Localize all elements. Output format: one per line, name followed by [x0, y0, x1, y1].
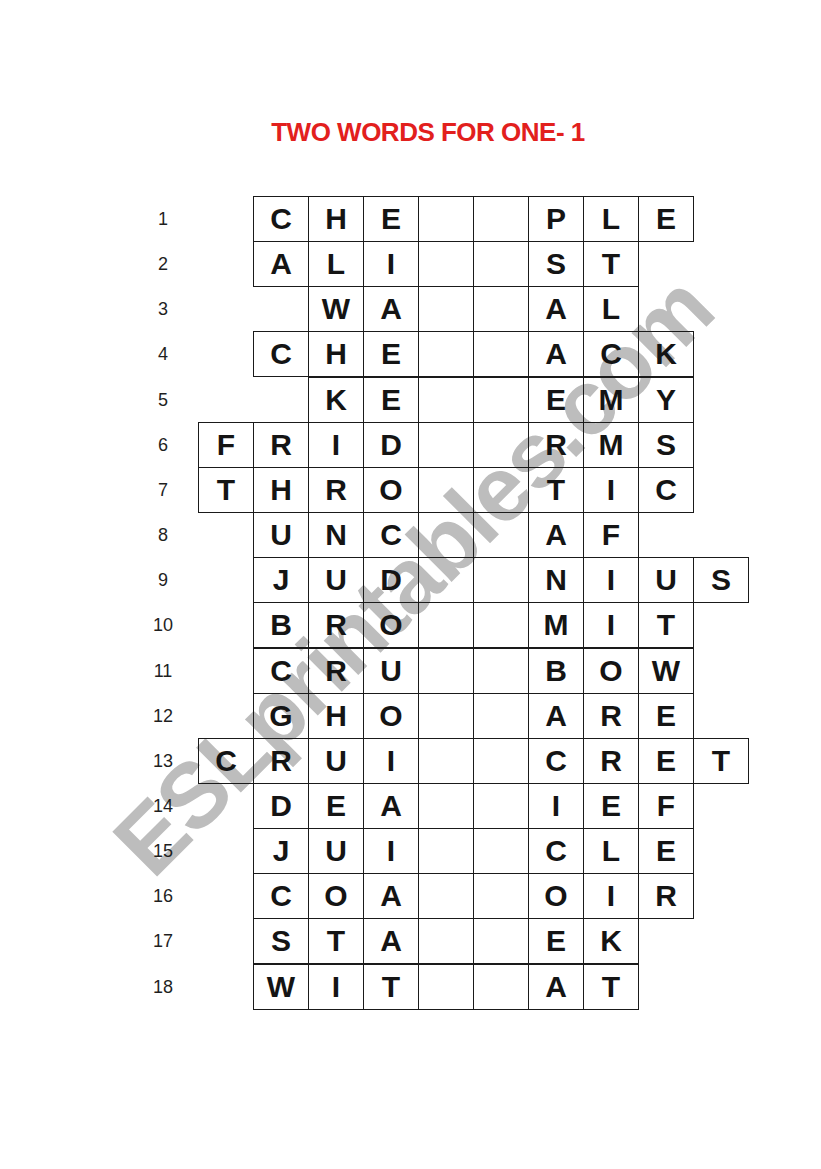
- letter-cell: E: [308, 783, 364, 829]
- letter-cell: W: [308, 286, 364, 332]
- letter-cell: T: [198, 467, 254, 513]
- letter-cell: M: [528, 602, 584, 648]
- letter-cell: E: [528, 377, 584, 423]
- blank-cell[interactable]: [473, 467, 529, 513]
- blank-cell[interactable]: [473, 918, 529, 964]
- puzzle-title: TWO WORDS FOR ONE- 1: [271, 117, 585, 148]
- blank-cell[interactable]: [418, 828, 474, 874]
- letter-cell: H: [308, 693, 364, 739]
- letter-cell: O: [363, 693, 419, 739]
- row-number: 1: [146, 196, 180, 242]
- letter-cell: E: [638, 693, 694, 739]
- letter-cell: R: [583, 693, 639, 739]
- blank-cell[interactable]: [418, 964, 474, 1010]
- letter-cell: C: [638, 467, 694, 513]
- blank-cell[interactable]: [473, 828, 529, 874]
- letter-cell: A: [528, 331, 584, 377]
- blank-cell[interactable]: [473, 738, 529, 784]
- letter-cell: I: [583, 873, 639, 919]
- blank-cell[interactable]: [418, 467, 474, 513]
- letter-cell: U: [308, 738, 364, 784]
- blank-cell[interactable]: [473, 693, 529, 739]
- letter-cell: T: [363, 964, 419, 1010]
- row-number: 18: [146, 964, 180, 1010]
- letter-cell: K: [583, 918, 639, 964]
- letter-cell: E: [583, 783, 639, 829]
- letter-cell: R: [308, 467, 364, 513]
- letter-cell: I: [583, 467, 639, 513]
- letter-cell: T: [583, 241, 639, 287]
- letter-cell: I: [308, 964, 364, 1010]
- letter-cell: I: [583, 602, 639, 648]
- letter-cell: M: [583, 377, 639, 423]
- row-number: 14: [146, 783, 180, 829]
- letter-cell: L: [583, 286, 639, 332]
- blank-cell[interactable]: [473, 196, 529, 242]
- letter-cell: C: [583, 331, 639, 377]
- letter-cell: I: [363, 241, 419, 287]
- letter-cell: N: [308, 512, 364, 558]
- blank-cell[interactable]: [418, 286, 474, 332]
- blank-cell[interactable]: [473, 241, 529, 287]
- letter-cell: J: [253, 828, 309, 874]
- letter-cell: I: [528, 783, 584, 829]
- puzzle-board: 1CHEPLE2ALIST3WAAL4CHEACK5KEEMY6FRIDRMS7…: [0, 0, 821, 1169]
- letter-cell: T: [638, 602, 694, 648]
- letter-cell: R: [253, 422, 309, 468]
- letter-cell: F: [638, 783, 694, 829]
- letter-cell: C: [198, 738, 254, 784]
- letter-cell: A: [363, 783, 419, 829]
- letter-cell: L: [583, 828, 639, 874]
- letter-cell: I: [363, 828, 419, 874]
- letter-cell: J: [253, 557, 309, 603]
- blank-cell[interactable]: [418, 602, 474, 648]
- letter-cell: W: [253, 964, 309, 1010]
- letter-cell: I: [308, 422, 364, 468]
- letter-cell: C: [253, 331, 309, 377]
- blank-cell[interactable]: [473, 512, 529, 558]
- letter-cell: L: [308, 241, 364, 287]
- blank-cell[interactable]: [473, 602, 529, 648]
- row-number: 17: [146, 918, 180, 964]
- letter-cell: B: [528, 648, 584, 694]
- blank-cell[interactable]: [418, 241, 474, 287]
- blank-cell[interactable]: [418, 331, 474, 377]
- letter-cell: U: [253, 512, 309, 558]
- letter-cell: U: [363, 648, 419, 694]
- blank-cell[interactable]: [418, 648, 474, 694]
- letter-cell: W: [638, 648, 694, 694]
- row-number: 3: [146, 286, 180, 332]
- letter-cell: R: [638, 873, 694, 919]
- blank-cell[interactable]: [418, 422, 474, 468]
- letter-cell: K: [638, 331, 694, 377]
- blank-cell[interactable]: [418, 512, 474, 558]
- letter-cell: D: [363, 422, 419, 468]
- letter-cell: E: [363, 331, 419, 377]
- row-number: 11: [146, 648, 180, 694]
- row-number: 12: [146, 693, 180, 739]
- letter-cell: C: [363, 512, 419, 558]
- blank-cell[interactable]: [418, 693, 474, 739]
- letter-cell: C: [528, 738, 584, 784]
- row-number: 6: [146, 422, 180, 468]
- letter-cell: S: [253, 918, 309, 964]
- letter-cell: P: [528, 196, 584, 242]
- letter-cell: M: [583, 422, 639, 468]
- row-number: 5: [146, 377, 180, 423]
- letter-cell: O: [308, 873, 364, 919]
- blank-cell[interactable]: [473, 964, 529, 1010]
- letter-cell: A: [363, 286, 419, 332]
- letter-cell: O: [363, 602, 419, 648]
- row-number: 16: [146, 873, 180, 919]
- blank-cell[interactable]: [418, 738, 474, 784]
- letter-cell: R: [583, 738, 639, 784]
- letter-cell: H: [253, 467, 309, 513]
- blank-cell[interactable]: [418, 918, 474, 964]
- blank-cell[interactable]: [418, 377, 474, 423]
- letter-cell: T: [693, 738, 749, 784]
- letter-cell: H: [308, 196, 364, 242]
- blank-cell[interactable]: [473, 557, 529, 603]
- row-number: 8: [146, 512, 180, 558]
- row-number: 13: [146, 738, 180, 784]
- letter-cell: S: [638, 422, 694, 468]
- letter-cell: E: [363, 196, 419, 242]
- letter-cell: T: [528, 467, 584, 513]
- letter-cell: N: [528, 557, 584, 603]
- letter-cell: R: [253, 738, 309, 784]
- blank-cell[interactable]: [473, 331, 529, 377]
- row-number: 2: [146, 241, 180, 287]
- letter-cell: A: [528, 964, 584, 1010]
- row-number: 9: [146, 557, 180, 603]
- letter-cell: A: [253, 241, 309, 287]
- blank-cell[interactable]: [418, 873, 474, 919]
- letter-cell: A: [363, 873, 419, 919]
- letter-cell: C: [253, 648, 309, 694]
- blank-cell[interactable]: [473, 873, 529, 919]
- letter-cell: D: [363, 557, 419, 603]
- letter-cell: F: [583, 512, 639, 558]
- letter-cell: I: [583, 557, 639, 603]
- row-number: 10: [146, 602, 180, 648]
- blank-cell[interactable]: [418, 196, 474, 242]
- letter-cell: C: [528, 828, 584, 874]
- letter-cell: I: [363, 738, 419, 784]
- row-number: 7: [146, 467, 180, 513]
- blank-cell[interactable]: [418, 557, 474, 603]
- letter-cell: E: [638, 828, 694, 874]
- letter-cell: U: [308, 557, 364, 603]
- letter-cell: E: [363, 377, 419, 423]
- row-number: 15: [146, 828, 180, 874]
- letter-cell: L: [583, 196, 639, 242]
- blank-cell[interactable]: [418, 783, 474, 829]
- letter-cell: A: [528, 512, 584, 558]
- letter-cell: H: [308, 331, 364, 377]
- letter-cell: Y: [638, 377, 694, 423]
- letter-cell: U: [308, 828, 364, 874]
- letter-cell: B: [253, 602, 309, 648]
- letter-cell: O: [583, 648, 639, 694]
- letter-cell: A: [363, 918, 419, 964]
- letter-cell: O: [528, 873, 584, 919]
- letter-cell: E: [638, 738, 694, 784]
- blank-cell[interactable]: [473, 783, 529, 829]
- letter-cell: C: [253, 873, 309, 919]
- letter-cell: K: [308, 377, 364, 423]
- letter-cell: U: [638, 557, 694, 603]
- letter-cell: G: [253, 693, 309, 739]
- letter-cell: F: [198, 422, 254, 468]
- letter-cell: E: [528, 918, 584, 964]
- letter-cell: O: [363, 467, 419, 513]
- letter-cell: R: [528, 422, 584, 468]
- letter-cell: T: [308, 918, 364, 964]
- blank-cell[interactable]: [473, 422, 529, 468]
- row-number: 4: [146, 331, 180, 377]
- letter-cell: S: [528, 241, 584, 287]
- blank-cell[interactable]: [473, 648, 529, 694]
- letter-cell: T: [583, 964, 639, 1010]
- letter-cell: C: [253, 196, 309, 242]
- letter-cell: S: [693, 557, 749, 603]
- letter-cell: A: [528, 286, 584, 332]
- letter-cell: R: [308, 602, 364, 648]
- letter-cell: R: [308, 648, 364, 694]
- letter-cell: D: [253, 783, 309, 829]
- letter-cell: A: [528, 693, 584, 739]
- blank-cell[interactable]: [473, 377, 529, 423]
- worksheet-page: TWO WORDS FOR ONE- 1 ESLprintables.com 1…: [0, 0, 821, 1169]
- blank-cell[interactable]: [473, 286, 529, 332]
- letter-cell: E: [638, 196, 694, 242]
